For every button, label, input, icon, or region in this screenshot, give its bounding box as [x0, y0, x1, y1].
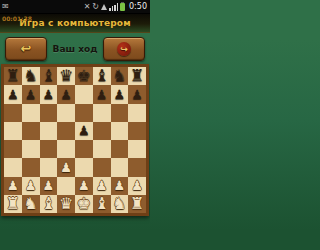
square-a5[interactable]: [4, 122, 22, 140]
square-e6[interactable]: [75, 104, 93, 122]
white-pawn: ♟: [131, 179, 143, 192]
black-pawn: ♟: [7, 88, 19, 101]
square-c5[interactable]: [40, 122, 58, 140]
square-f7[interactable]: ♟: [93, 85, 111, 103]
black-queen: ♛: [59, 68, 73, 84]
chess-board: ♜♞♝♛♚♝♞♜♟♟♟♟♟♟♟♟♟♟♟♟♟♟♟♟♜♞♝♛♚♝♞♜: [1, 64, 149, 216]
white-pawn: ♟: [114, 179, 126, 192]
black-rook: ♜: [6, 68, 20, 84]
turn-status: Ваш ход: [53, 44, 98, 54]
square-c6[interactable]: [40, 104, 58, 122]
signal-icon: [109, 3, 118, 11]
square-d6[interactable]: [57, 104, 75, 122]
square-h4[interactable]: [128, 140, 146, 158]
white-rook: ♜: [130, 196, 144, 212]
redo-button[interactable]: ↪: [103, 37, 145, 61]
game-timer: 00:01:38: [2, 15, 32, 22]
screen: ✉ ✕ ↻ 0:50 00:01:38 Игра с компьютером ↩…: [0, 0, 150, 216]
black-bishop: ♝: [94, 68, 108, 84]
square-b4[interactable]: [22, 140, 40, 158]
square-g2[interactable]: ♟: [111, 177, 129, 195]
square-d3[interactable]: ♟: [57, 158, 75, 176]
white-pawn: ♟: [43, 179, 55, 192]
square-a7[interactable]: ♟: [4, 85, 22, 103]
square-g7[interactable]: ♟: [111, 85, 129, 103]
battery-icon: [120, 3, 125, 11]
title-bar: 00:01:38 Игра с компьютером: [0, 14, 150, 33]
undo-button[interactable]: ↩: [5, 37, 47, 61]
square-f6[interactable]: [93, 104, 111, 122]
square-b3[interactable]: [22, 158, 40, 176]
white-bishop: ♝: [94, 196, 108, 212]
square-e3[interactable]: [75, 158, 93, 176]
black-pawn: ♟: [78, 124, 90, 137]
square-h7[interactable]: ♟: [128, 85, 146, 103]
square-f3[interactable]: [93, 158, 111, 176]
square-d1[interactable]: ♛: [57, 195, 75, 213]
square-g3[interactable]: [111, 158, 129, 176]
square-f8[interactable]: ♝: [93, 67, 111, 85]
square-d8[interactable]: ♛: [57, 67, 75, 85]
square-a3[interactable]: [4, 158, 22, 176]
status-bar: ✉ ✕ ↻ 0:50: [0, 0, 150, 14]
square-e8[interactable]: ♚: [75, 67, 93, 85]
white-bishop: ♝: [41, 196, 55, 212]
toolbar: ↩ Ваш ход ↪: [0, 33, 150, 64]
undo-arrow-icon: ↩: [21, 41, 32, 56]
black-knight: ♞: [23, 68, 37, 84]
square-a8[interactable]: ♜: [4, 67, 22, 85]
black-king: ♚: [77, 68, 91, 84]
white-pawn: ♟: [96, 179, 108, 192]
wifi-icon: [101, 4, 107, 10]
square-b5[interactable]: [22, 122, 40, 140]
sync-icon: ↻: [92, 0, 99, 13]
square-h1[interactable]: ♜: [128, 195, 146, 213]
square-e2[interactable]: ♟: [75, 177, 93, 195]
square-a4[interactable]: [4, 140, 22, 158]
square-h2[interactable]: ♟: [128, 177, 146, 195]
black-pawn: ♟: [60, 88, 72, 101]
square-c4[interactable]: [40, 140, 58, 158]
square-h5[interactable]: [128, 122, 146, 140]
square-c3[interactable]: [40, 158, 58, 176]
black-knight: ♞: [112, 68, 126, 84]
white-pawn: ♟: [78, 179, 90, 192]
square-d4[interactable]: [57, 140, 75, 158]
square-d5[interactable]: [57, 122, 75, 140]
square-b8[interactable]: ♞: [22, 67, 40, 85]
square-f5[interactable]: [93, 122, 111, 140]
square-h8[interactable]: ♜: [128, 67, 146, 85]
square-f4[interactable]: [93, 140, 111, 158]
square-e5[interactable]: ♟: [75, 122, 93, 140]
black-pawn: ♟: [131, 88, 143, 101]
square-f1[interactable]: ♝: [93, 195, 111, 213]
square-b6[interactable]: [22, 104, 40, 122]
black-rook: ♜: [130, 68, 144, 84]
white-queen: ♛: [59, 196, 73, 212]
black-pawn: ♟: [114, 88, 126, 101]
white-pawn: ♟: [7, 179, 19, 192]
square-a1[interactable]: ♜: [4, 195, 22, 213]
mute-icon: ✕: [84, 0, 91, 13]
square-h3[interactable]: [128, 158, 146, 176]
white-rook: ♜: [6, 196, 20, 212]
square-b7[interactable]: ♟: [22, 85, 40, 103]
page-title: Игра с компьютером: [19, 18, 131, 28]
square-d7[interactable]: ♟: [57, 85, 75, 103]
square-g1[interactable]: ♞: [111, 195, 129, 213]
black-pawn: ♟: [96, 88, 108, 101]
square-a2[interactable]: ♟: [4, 177, 22, 195]
square-f2[interactable]: ♟: [93, 177, 111, 195]
message-notification-icon: ✉: [2, 0, 9, 13]
square-e1[interactable]: ♚: [75, 195, 93, 213]
square-g5[interactable]: [111, 122, 129, 140]
square-a6[interactable]: [4, 104, 22, 122]
white-knight: ♞: [23, 196, 37, 212]
square-c8[interactable]: ♝: [40, 67, 58, 85]
redo-disabled-badge: ↪: [117, 42, 131, 56]
white-knight: ♞: [112, 196, 126, 212]
square-g4[interactable]: [111, 140, 129, 158]
white-king: ♚: [77, 196, 91, 212]
square-h6[interactable]: [128, 104, 146, 122]
black-pawn: ♟: [43, 88, 55, 101]
square-d2[interactable]: [57, 177, 75, 195]
redo-arrow-icon: ↪: [120, 44, 128, 54]
status-clock: 0:50: [129, 2, 147, 11]
white-pawn: ♟: [60, 161, 72, 174]
square-b1[interactable]: ♞: [22, 195, 40, 213]
white-pawn: ♟: [25, 179, 37, 192]
square-e7[interactable]: [75, 85, 93, 103]
black-bishop: ♝: [41, 68, 55, 84]
square-c7[interactable]: ♟: [40, 85, 58, 103]
square-c1[interactable]: ♝: [40, 195, 58, 213]
square-g6[interactable]: [111, 104, 129, 122]
black-pawn: ♟: [25, 88, 37, 101]
square-g8[interactable]: ♞: [111, 67, 129, 85]
square-c2[interactable]: ♟: [40, 177, 58, 195]
square-b2[interactable]: ♟: [22, 177, 40, 195]
square-e4[interactable]: [75, 140, 93, 158]
